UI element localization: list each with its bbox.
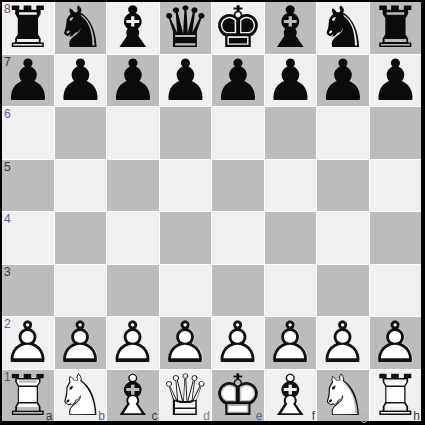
- square-d1[interactable]: d♛♕: [160, 370, 212, 422]
- piece-white-pawn[interactable]: ♟♙: [370, 317, 422, 369]
- black-king-glyph: ♚: [212, 2, 264, 54]
- file-label-h: h: [413, 409, 420, 423]
- square-b1[interactable]: b♞♘: [55, 370, 107, 422]
- piece-white-pawn[interactable]: ♟♙: [107, 317, 159, 369]
- square-b2[interactable]: ♟♙: [55, 317, 107, 369]
- square-d5[interactable]: [160, 160, 212, 212]
- piece-white-pawn[interactable]: ♟♙: [265, 317, 317, 369]
- black-bishop-glyph: ♝: [265, 2, 317, 54]
- square-f6[interactable]: [265, 107, 317, 159]
- square-c8[interactable]: ♝: [107, 2, 159, 54]
- piece-black-pawn[interactable]: ♟: [160, 55, 212, 107]
- piece-black-knight[interactable]: ♞: [55, 2, 107, 54]
- square-e1[interactable]: e♚♔: [212, 370, 264, 422]
- file-label-f: f: [312, 409, 315, 423]
- file-label-b: b: [98, 409, 105, 423]
- piece-black-pawn[interactable]: ♟: [107, 55, 159, 107]
- black-knight-glyph: ♞: [317, 2, 369, 54]
- white-pawn-outline: ♙: [55, 317, 107, 369]
- square-c6[interactable]: [107, 107, 159, 159]
- piece-white-pawn[interactable]: ♟♙: [212, 317, 264, 369]
- rank-label-4: 4: [4, 212, 11, 226]
- file-label-e: e: [256, 409, 263, 423]
- square-e8[interactable]: ♚: [212, 2, 264, 54]
- square-e2[interactable]: ♟♙: [212, 317, 264, 369]
- square-g7[interactable]: ♟: [317, 55, 369, 107]
- piece-white-pawn[interactable]: ♟♙: [317, 317, 369, 369]
- white-pawn-outline: ♙: [370, 317, 422, 369]
- white-pawn-outline: ♙: [265, 317, 317, 369]
- piece-white-pawn[interactable]: ♟♙: [160, 317, 212, 369]
- rank-label-2: 2: [4, 317, 11, 331]
- square-b4[interactable]: [55, 212, 107, 264]
- piece-black-bishop[interactable]: ♝: [265, 2, 317, 54]
- square-e6[interactable]: [212, 107, 264, 159]
- square-a2[interactable]: 2♟♙: [2, 317, 54, 369]
- rank-label-3: 3: [4, 265, 11, 279]
- square-g8[interactable]: ♞: [317, 2, 369, 54]
- black-pawn-glyph: ♟: [55, 55, 107, 107]
- file-label-a: a: [46, 409, 53, 423]
- rank-label-1: 1: [4, 370, 11, 384]
- chess-board-frame: 8♜♞♝♛♚♝♞♜7♟♟♟♟♟♟♟♟65432♟♙♟♙♟♙♟♙♟♙♟♙♟♙♟♙1…: [0, 0, 425, 425]
- square-g6[interactable]: [317, 107, 369, 159]
- black-pawn-glyph: ♟: [317, 55, 369, 107]
- square-f1[interactable]: f♝♗: [265, 370, 317, 422]
- square-h5[interactable]: [370, 160, 422, 212]
- piece-black-pawn[interactable]: ♟: [212, 55, 264, 107]
- piece-black-queen[interactable]: ♛: [160, 2, 212, 54]
- black-knight-glyph: ♞: [55, 2, 107, 54]
- file-label-d: d: [203, 409, 210, 423]
- square-a6[interactable]: 6: [2, 107, 54, 159]
- square-d8[interactable]: ♛: [160, 2, 212, 54]
- piece-white-bishop[interactable]: ♝♗: [265, 370, 317, 422]
- piece-black-pawn[interactable]: ♟: [55, 55, 107, 107]
- square-c1[interactable]: c♝♗: [107, 370, 159, 422]
- square-h7[interactable]: ♟: [370, 55, 422, 107]
- square-h1[interactable]: h♜♖: [370, 370, 422, 422]
- rank-label-6: 6: [4, 107, 11, 121]
- square-h6[interactable]: [370, 107, 422, 159]
- square-b6[interactable]: [55, 107, 107, 159]
- square-c5[interactable]: [107, 160, 159, 212]
- square-a8[interactable]: 8♜: [2, 2, 54, 54]
- chess-board: 8♜♞♝♛♚♝♞♜7♟♟♟♟♟♟♟♟65432♟♙♟♙♟♙♟♙♟♙♟♙♟♙♟♙1…: [2, 2, 421, 421]
- square-b8[interactable]: ♞: [55, 2, 107, 54]
- black-pawn-glyph: ♟: [370, 55, 422, 107]
- piece-black-rook[interactable]: ♜: [370, 2, 422, 54]
- piece-black-knight[interactable]: ♞: [317, 2, 369, 54]
- square-e4[interactable]: [212, 212, 264, 264]
- square-f4[interactable]: [265, 212, 317, 264]
- square-d4[interactable]: [160, 212, 212, 264]
- black-rook-glyph: ♜: [370, 2, 422, 54]
- square-b7[interactable]: ♟: [55, 55, 107, 107]
- square-d7[interactable]: ♟: [160, 55, 212, 107]
- file-label-g: g: [361, 409, 368, 423]
- white-pawn-outline: ♙: [212, 317, 264, 369]
- square-a5[interactable]: 5: [2, 160, 54, 212]
- black-queen-glyph: ♛: [160, 2, 212, 54]
- square-f8[interactable]: ♝: [265, 2, 317, 54]
- square-g5[interactable]: [317, 160, 369, 212]
- piece-black-bishop[interactable]: ♝: [107, 2, 159, 54]
- square-c4[interactable]: [107, 212, 159, 264]
- black-pawn-glyph: ♟: [160, 55, 212, 107]
- file-label-c: c: [152, 409, 158, 423]
- black-pawn-glyph: ♟: [265, 55, 317, 107]
- piece-black-pawn[interactable]: ♟: [317, 55, 369, 107]
- black-bishop-glyph: ♝: [107, 2, 159, 54]
- square-c2[interactable]: ♟♙: [107, 317, 159, 369]
- white-bishop-outline: ♗: [265, 370, 317, 422]
- rank-label-5: 5: [4, 160, 11, 174]
- square-a1[interactable]: 1a♜♖: [2, 370, 54, 422]
- square-a4[interactable]: 4: [2, 212, 54, 264]
- piece-white-pawn[interactable]: ♟♙: [55, 317, 107, 369]
- black-pawn-glyph: ♟: [212, 55, 264, 107]
- square-f2[interactable]: ♟♙: [265, 317, 317, 369]
- square-b5[interactable]: [55, 160, 107, 212]
- square-a7[interactable]: 7♟: [2, 55, 54, 107]
- square-c7[interactable]: ♟: [107, 55, 159, 107]
- white-pawn-outline: ♙: [160, 317, 212, 369]
- square-h4[interactable]: [370, 212, 422, 264]
- white-pawn-outline: ♙: [317, 317, 369, 369]
- piece-black-pawn[interactable]: ♟: [265, 55, 317, 107]
- square-e7[interactable]: ♟: [212, 55, 264, 107]
- rank-label-8: 8: [4, 2, 11, 16]
- square-d2[interactable]: ♟♙: [160, 317, 212, 369]
- square-h2[interactable]: ♟♙: [370, 317, 422, 369]
- black-pawn-glyph: ♟: [107, 55, 159, 107]
- square-f7[interactable]: ♟: [265, 55, 317, 107]
- square-d6[interactable]: [160, 107, 212, 159]
- square-g4[interactable]: [317, 212, 369, 264]
- square-f5[interactable]: [265, 160, 317, 212]
- square-g2[interactable]: ♟♙: [317, 317, 369, 369]
- square-g1[interactable]: g♞♘: [317, 370, 369, 422]
- rank-label-7: 7: [4, 55, 11, 69]
- piece-black-pawn[interactable]: ♟: [370, 55, 422, 107]
- square-h8[interactable]: ♜: [370, 2, 422, 54]
- white-pawn-outline: ♙: [107, 317, 159, 369]
- square-e5[interactable]: [212, 160, 264, 212]
- piece-black-king[interactable]: ♚: [212, 2, 264, 54]
